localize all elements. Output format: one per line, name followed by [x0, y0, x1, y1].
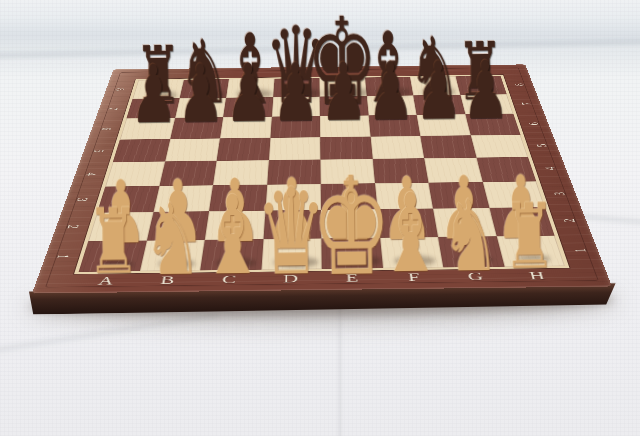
black-pawn-g7[interactable]: ♟ [414, 51, 462, 132]
rank-label-right-2: 2 [555, 212, 585, 229]
board-world: ABCDEFGH1122334455667788 ♜♞♝♛♚♝♞♜♟♟♟♟♟♟♟… [0, 0, 640, 436]
black-pawn-b7[interactable]: ♟ [177, 54, 225, 135]
white-knight-g1[interactable]: ♞ [440, 185, 500, 285]
black-pawn-d7[interactable]: ♟ [272, 53, 320, 134]
square-a5[interactable] [113, 139, 170, 162]
rank-label-right-6: 6 [522, 118, 547, 130]
rank-label-right-5: 5 [529, 139, 555, 152]
black-pawn-a7[interactable]: ♟ [129, 55, 177, 136]
rank-label-left-2: 2 [58, 218, 87, 235]
square-b5[interactable] [165, 138, 220, 161]
rank-label-right-7: 7 [515, 98, 539, 109]
photo-scene: ABCDEFGH1122334455667788 ♜♞♝♛♚♝♞♜♟♟♟♟♟♟♟… [0, 0, 640, 436]
black-pawn-e7[interactable]: ♟ [319, 52, 367, 133]
white-knight-b1[interactable]: ♞ [143, 189, 203, 289]
white-rook-a1[interactable]: ♜ [86, 197, 140, 287]
black-pawn-c7[interactable]: ♟ [224, 53, 272, 134]
rank-label-left-7: 7 [101, 103, 125, 115]
black-pawn-f7[interactable]: ♟ [367, 52, 415, 133]
rank-label-left-1: 1 [47, 247, 78, 265]
rank-label-right-8: 8 [508, 79, 531, 90]
square-c5[interactable] [217, 138, 270, 161]
rank-label-left-6: 6 [93, 123, 118, 135]
rank-label-right-1: 1 [565, 241, 596, 259]
white-rook-h1[interactable]: ♜ [503, 192, 557, 282]
black-pawn-h7[interactable]: ♟ [462, 51, 510, 132]
square-g5[interactable] [420, 135, 476, 158]
square-h5[interactable] [470, 135, 528, 158]
white-bishop-f1[interactable]: ♝ [378, 179, 444, 288]
rank-label-left-8: 8 [108, 84, 131, 95]
pieces-layer: ♜♞♝♛♚♝♞♜♟♟♟♟♟♟♟♟♟♟♟♟♟♟♟♟♜♞♝♛♚♝♞♜ [0, 0, 640, 436]
rank-label-left-5: 5 [86, 144, 112, 157]
